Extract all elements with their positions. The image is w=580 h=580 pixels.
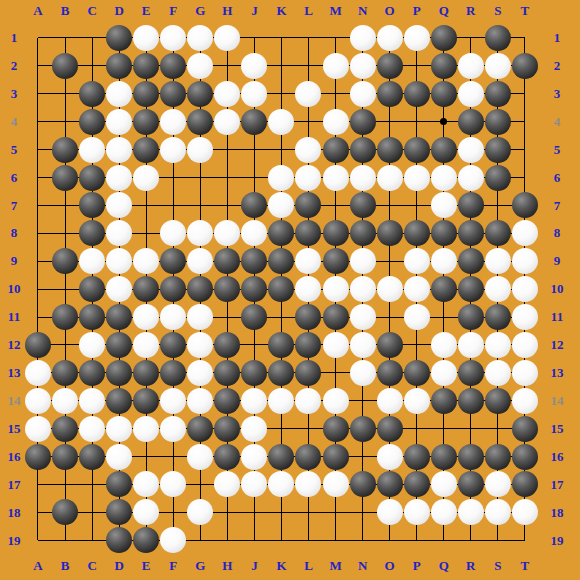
point-D16[interactable] [106,443,133,471]
point-E9[interactable] [133,247,160,275]
point-J2[interactable] [241,52,268,80]
point-G18[interactable] [187,498,214,526]
point-Q17[interactable] [430,471,457,499]
point-D4[interactable] [106,108,133,136]
point-H2[interactable] [214,52,241,80]
point-C19[interactable] [79,526,106,554]
point-S14[interactable] [484,387,511,415]
point-S16[interactable] [484,443,511,471]
point-K19[interactable] [268,526,295,554]
point-E15[interactable] [133,415,160,443]
point-G3[interactable] [187,80,214,108]
point-R5[interactable] [457,136,484,164]
point-J18[interactable] [241,498,268,526]
point-K2[interactable] [268,52,295,80]
point-K17[interactable] [268,471,295,499]
point-Q18[interactable] [430,498,457,526]
point-S6[interactable] [484,164,511,192]
point-Q9[interactable] [430,247,457,275]
point-D15[interactable] [106,415,133,443]
point-C12[interactable] [79,331,106,359]
point-D12[interactable] [106,331,133,359]
point-J9[interactable] [241,247,268,275]
point-F4[interactable] [160,108,187,136]
point-B10[interactable] [52,275,79,303]
point-Q19[interactable] [430,526,457,554]
point-H1[interactable] [214,24,241,52]
point-A2[interactable] [24,52,51,80]
point-E3[interactable] [133,80,160,108]
point-G16[interactable] [187,443,214,471]
point-O10[interactable] [376,275,403,303]
point-P17[interactable] [403,471,430,499]
point-O12[interactable] [376,331,403,359]
point-K16[interactable] [268,443,295,471]
point-M4[interactable] [322,108,349,136]
point-R14[interactable] [457,387,484,415]
point-F16[interactable] [160,443,187,471]
point-Q6[interactable] [430,164,457,192]
point-T6[interactable] [511,164,538,192]
point-O13[interactable] [376,359,403,387]
point-D3[interactable] [106,80,133,108]
point-N12[interactable] [349,331,376,359]
point-M16[interactable] [322,443,349,471]
point-R3[interactable] [457,80,484,108]
point-M5[interactable] [322,136,349,164]
point-F5[interactable] [160,136,187,164]
point-A7[interactable] [24,191,51,219]
point-H16[interactable] [214,443,241,471]
point-J7[interactable] [241,191,268,219]
point-K10[interactable] [268,275,295,303]
point-E18[interactable] [133,498,160,526]
point-F8[interactable] [160,219,187,247]
point-C15[interactable] [79,415,106,443]
point-C5[interactable] [79,136,106,164]
point-J13[interactable] [241,359,268,387]
point-J6[interactable] [241,164,268,192]
point-C18[interactable] [79,498,106,526]
point-L12[interactable] [295,331,322,359]
point-H6[interactable] [214,164,241,192]
point-N19[interactable] [349,526,376,554]
point-A8[interactable] [24,219,51,247]
point-B1[interactable] [52,24,79,52]
point-K5[interactable] [268,136,295,164]
point-E11[interactable] [133,303,160,331]
point-M17[interactable] [322,471,349,499]
point-B11[interactable] [52,303,79,331]
point-A12[interactable] [24,331,51,359]
point-H4[interactable] [214,108,241,136]
point-D9[interactable] [106,247,133,275]
point-E13[interactable] [133,359,160,387]
point-B14[interactable] [52,387,79,415]
point-P1[interactable] [403,24,430,52]
point-Q7[interactable] [430,191,457,219]
point-K14[interactable] [268,387,295,415]
point-N9[interactable] [349,247,376,275]
point-C7[interactable] [79,191,106,219]
point-K7[interactable] [268,191,295,219]
point-F12[interactable] [160,331,187,359]
point-S18[interactable] [484,498,511,526]
point-B7[interactable] [52,191,79,219]
point-E19[interactable] [133,526,160,554]
point-B17[interactable] [52,471,79,499]
point-K11[interactable] [268,303,295,331]
point-T15[interactable] [511,415,538,443]
point-P6[interactable] [403,164,430,192]
point-J10[interactable] [241,275,268,303]
point-E1[interactable] [133,24,160,52]
point-G10[interactable] [187,275,214,303]
point-F1[interactable] [160,24,187,52]
point-S8[interactable] [484,219,511,247]
point-A19[interactable] [24,526,51,554]
point-P8[interactable] [403,219,430,247]
point-P2[interactable] [403,52,430,80]
point-D6[interactable] [106,164,133,192]
point-N14[interactable] [349,387,376,415]
point-L14[interactable] [295,387,322,415]
point-E14[interactable] [133,387,160,415]
point-B2[interactable] [52,52,79,80]
point-H5[interactable] [214,136,241,164]
point-B19[interactable] [52,526,79,554]
point-P14[interactable] [403,387,430,415]
point-L7[interactable] [295,191,322,219]
point-M14[interactable] [322,387,349,415]
point-D13[interactable] [106,359,133,387]
point-K13[interactable] [268,359,295,387]
point-O3[interactable] [376,80,403,108]
point-G2[interactable] [187,52,214,80]
point-S3[interactable] [484,80,511,108]
point-G8[interactable] [187,219,214,247]
point-P12[interactable] [403,331,430,359]
point-L4[interactable] [295,108,322,136]
point-O1[interactable] [376,24,403,52]
point-S12[interactable] [484,331,511,359]
point-R17[interactable] [457,471,484,499]
point-J3[interactable] [241,80,268,108]
point-B6[interactable] [52,164,79,192]
point-O16[interactable] [376,443,403,471]
point-T18[interactable] [511,498,538,526]
point-D7[interactable] [106,191,133,219]
point-N16[interactable] [349,443,376,471]
point-C2[interactable] [79,52,106,80]
point-M18[interactable] [322,498,349,526]
point-O9[interactable] [376,247,403,275]
point-T13[interactable] [511,359,538,387]
point-K6[interactable] [268,164,295,192]
point-R4[interactable] [457,108,484,136]
point-C6[interactable] [79,164,106,192]
point-G15[interactable] [187,415,214,443]
point-O7[interactable] [376,191,403,219]
point-M3[interactable] [322,80,349,108]
point-T17[interactable] [511,471,538,499]
point-S5[interactable] [484,136,511,164]
point-M6[interactable] [322,164,349,192]
point-G6[interactable] [187,164,214,192]
point-F18[interactable] [160,498,187,526]
point-T12[interactable] [511,331,538,359]
point-T19[interactable] [511,526,538,554]
point-M7[interactable] [322,191,349,219]
point-E16[interactable] [133,443,160,471]
point-K9[interactable] [268,247,295,275]
point-S19[interactable] [484,526,511,554]
point-C14[interactable] [79,387,106,415]
point-C16[interactable] [79,443,106,471]
point-B18[interactable] [52,498,79,526]
point-F13[interactable] [160,359,187,387]
point-D1[interactable] [106,24,133,52]
point-K8[interactable] [268,219,295,247]
point-N6[interactable] [349,164,376,192]
point-G9[interactable] [187,247,214,275]
point-B4[interactable] [52,108,79,136]
point-P16[interactable] [403,443,430,471]
point-R2[interactable] [457,52,484,80]
point-A4[interactable] [24,108,51,136]
point-C13[interactable] [79,359,106,387]
point-P5[interactable] [403,136,430,164]
point-O6[interactable] [376,164,403,192]
point-M9[interactable] [322,247,349,275]
point-D11[interactable] [106,303,133,331]
point-C17[interactable] [79,471,106,499]
point-L13[interactable] [295,359,322,387]
point-S10[interactable] [484,275,511,303]
point-L17[interactable] [295,471,322,499]
point-N10[interactable] [349,275,376,303]
point-E6[interactable] [133,164,160,192]
point-G1[interactable] [187,24,214,52]
point-J8[interactable] [241,219,268,247]
point-L18[interactable] [295,498,322,526]
point-M8[interactable] [322,219,349,247]
point-P19[interactable] [403,526,430,554]
point-Q10[interactable] [430,275,457,303]
point-R7[interactable] [457,191,484,219]
point-D2[interactable] [106,52,133,80]
point-F7[interactable] [160,191,187,219]
point-F19[interactable] [160,526,187,554]
point-C3[interactable] [79,80,106,108]
point-C8[interactable] [79,219,106,247]
point-H10[interactable] [214,275,241,303]
point-P9[interactable] [403,247,430,275]
point-Q15[interactable] [430,415,457,443]
point-H18[interactable] [214,498,241,526]
point-G12[interactable] [187,331,214,359]
point-B16[interactable] [52,443,79,471]
point-A17[interactable] [24,471,51,499]
point-N4[interactable] [349,108,376,136]
point-N7[interactable] [349,191,376,219]
point-G17[interactable] [187,471,214,499]
point-A6[interactable] [24,164,51,192]
point-A10[interactable] [24,275,51,303]
point-M11[interactable] [322,303,349,331]
point-Q1[interactable] [430,24,457,52]
point-R18[interactable] [457,498,484,526]
point-N13[interactable] [349,359,376,387]
point-R10[interactable] [457,275,484,303]
point-H7[interactable] [214,191,241,219]
point-P10[interactable] [403,275,430,303]
point-M2[interactable] [322,52,349,80]
point-N15[interactable] [349,415,376,443]
point-Q5[interactable] [430,136,457,164]
point-Q14[interactable] [430,387,457,415]
point-A9[interactable] [24,247,51,275]
point-T11[interactable] [511,303,538,331]
point-J5[interactable] [241,136,268,164]
point-M10[interactable] [322,275,349,303]
point-P15[interactable] [403,415,430,443]
point-L10[interactable] [295,275,322,303]
point-L6[interactable] [295,164,322,192]
point-S13[interactable] [484,359,511,387]
point-P11[interactable] [403,303,430,331]
point-H11[interactable] [214,303,241,331]
point-K4[interactable] [268,108,295,136]
point-L1[interactable] [295,24,322,52]
point-G13[interactable] [187,359,214,387]
point-Q8[interactable] [430,219,457,247]
point-T2[interactable] [511,52,538,80]
point-R8[interactable] [457,219,484,247]
point-T4[interactable] [511,108,538,136]
point-Q3[interactable] [430,80,457,108]
point-L15[interactable] [295,415,322,443]
point-O2[interactable] [376,52,403,80]
point-E7[interactable] [133,191,160,219]
point-S2[interactable] [484,52,511,80]
point-E8[interactable] [133,219,160,247]
point-L16[interactable] [295,443,322,471]
point-J1[interactable] [241,24,268,52]
point-H8[interactable] [214,219,241,247]
point-D10[interactable] [106,275,133,303]
point-O8[interactable] [376,219,403,247]
point-H3[interactable] [214,80,241,108]
point-A13[interactable] [24,359,51,387]
point-A5[interactable] [24,136,51,164]
point-K1[interactable] [268,24,295,52]
point-E2[interactable] [133,52,160,80]
point-J11[interactable] [241,303,268,331]
point-Q12[interactable] [430,331,457,359]
point-D8[interactable] [106,219,133,247]
point-M1[interactable] [322,24,349,52]
point-H13[interactable] [214,359,241,387]
point-A11[interactable] [24,303,51,331]
point-M19[interactable] [322,526,349,554]
point-O17[interactable] [376,471,403,499]
point-R9[interactable] [457,247,484,275]
point-Q16[interactable] [430,443,457,471]
point-B9[interactable] [52,247,79,275]
point-C1[interactable] [79,24,106,52]
point-F2[interactable] [160,52,187,80]
point-M12[interactable] [322,331,349,359]
point-Q2[interactable] [430,52,457,80]
point-L2[interactable] [295,52,322,80]
point-F14[interactable] [160,387,187,415]
point-A15[interactable] [24,415,51,443]
point-G14[interactable] [187,387,214,415]
point-R11[interactable] [457,303,484,331]
point-S17[interactable] [484,471,511,499]
point-B15[interactable] [52,415,79,443]
point-S15[interactable] [484,415,511,443]
point-L3[interactable] [295,80,322,108]
point-N3[interactable] [349,80,376,108]
point-G5[interactable] [187,136,214,164]
point-D17[interactable] [106,471,133,499]
point-T10[interactable] [511,275,538,303]
point-P4[interactable] [403,108,430,136]
point-K3[interactable] [268,80,295,108]
point-E4[interactable] [133,108,160,136]
point-J14[interactable] [241,387,268,415]
point-B5[interactable] [52,136,79,164]
point-E12[interactable] [133,331,160,359]
point-J15[interactable] [241,415,268,443]
point-R16[interactable] [457,443,484,471]
point-T7[interactable] [511,191,538,219]
point-Q4[interactable] [430,108,457,136]
point-K12[interactable] [268,331,295,359]
point-N11[interactable] [349,303,376,331]
point-Q11[interactable] [430,303,457,331]
point-T16[interactable] [511,443,538,471]
point-B13[interactable] [52,359,79,387]
point-T3[interactable] [511,80,538,108]
point-T8[interactable] [511,219,538,247]
point-L19[interactable] [295,526,322,554]
point-J4[interactable] [241,108,268,136]
point-R6[interactable] [457,164,484,192]
point-G7[interactable] [187,191,214,219]
point-B12[interactable] [52,331,79,359]
point-N8[interactable] [349,219,376,247]
point-R12[interactable] [457,331,484,359]
point-T9[interactable] [511,247,538,275]
point-C9[interactable] [79,247,106,275]
point-D14[interactable] [106,387,133,415]
point-F11[interactable] [160,303,187,331]
point-G11[interactable] [187,303,214,331]
point-T1[interactable] [511,24,538,52]
point-C11[interactable] [79,303,106,331]
point-P18[interactable] [403,498,430,526]
point-G19[interactable] [187,526,214,554]
point-J12[interactable] [241,331,268,359]
point-D5[interactable] [106,136,133,164]
point-O15[interactable] [376,415,403,443]
point-A16[interactable] [24,443,51,471]
point-O4[interactable] [376,108,403,136]
point-M13[interactable] [322,359,349,387]
